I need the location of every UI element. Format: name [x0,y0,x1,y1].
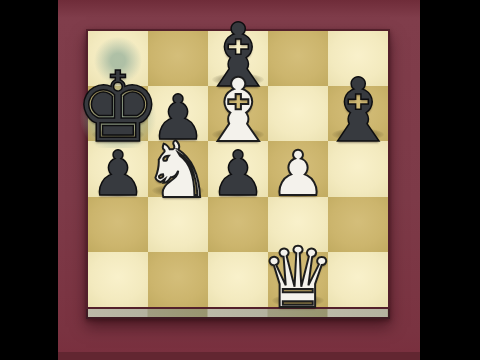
black-pawn-glyph: ♟ [210,143,266,205]
square-r5c2[interactable] [148,252,208,307]
square-r5c3[interactable] [208,252,268,307]
white-queen-glyph: ♛ [260,236,335,320]
black-king[interactable]: ♚ [88,86,148,141]
letterbox-bar-right [420,0,480,360]
white-pawn-glyph: ♟ [270,143,326,205]
white-queen[interactable]: ♛ [268,252,328,307]
black-pawn[interactable]: ♟ [88,141,148,196]
white-knight-glyph: ♞ [143,130,213,208]
chess-board: ♝♚♟♝♝♟♞♟♟♛ [86,29,390,319]
white-pawn[interactable]: ♟ [268,141,328,196]
white-bishop[interactable]: ♝ [208,86,268,141]
white-knight[interactable]: ♞ [148,141,208,196]
black-bishop-glyph: ♝ [319,67,398,155]
square-r5c1[interactable] [88,252,148,307]
black-bishop[interactable]: ♝ [328,86,388,141]
game-background: ♝♚♟♝♝♟♞♟♟♛ [58,0,420,360]
app-frame: ♝♚♟♝♝♟♞♟♟♛ [0,0,480,360]
square-r4c5[interactable] [328,197,388,252]
black-pawn[interactable]: ♟ [208,141,268,196]
black-pawn-glyph: ♟ [90,143,146,205]
square-r5c5[interactable] [328,252,388,307]
bottom-shade-strip [58,352,420,360]
letterbox-bar-left [0,0,58,360]
board-bevel-edge [86,309,390,319]
